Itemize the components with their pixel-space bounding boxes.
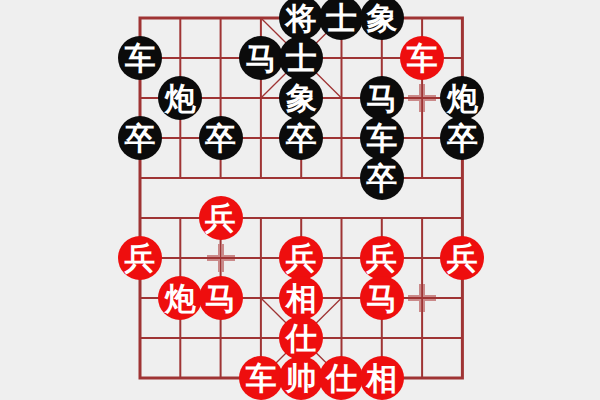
- board-point-7-3[interactable]: [402, 118, 442, 158]
- board-point-6-5[interactable]: [362, 198, 402, 238]
- board-point-3-9[interactable]: 车: [241, 358, 281, 398]
- piece-red-elephant[interactable]: 相: [279, 276, 323, 320]
- board-point-2-5[interactable]: 兵: [200, 198, 240, 238]
- piece-red-soldier[interactable]: 兵: [199, 196, 243, 240]
- board-point-1-4[interactable]: [160, 158, 200, 198]
- board-point-1-5[interactable]: [160, 198, 200, 238]
- piece-red-chariot[interactable]: 车: [400, 36, 444, 80]
- piece-black-soldier[interactable]: 卒: [360, 156, 404, 200]
- board-point-3-8[interactable]: [241, 318, 281, 358]
- marker-corner-tr: [423, 284, 436, 297]
- marker-corner-tr: [423, 84, 436, 97]
- board-point-4-3[interactable]: 卒: [281, 118, 321, 158]
- board-point-0-5[interactable]: [120, 198, 160, 238]
- board-point-0-4[interactable]: [120, 158, 160, 198]
- marker-corner-tl: [408, 284, 421, 297]
- board-point-6-8[interactable]: [362, 318, 402, 358]
- board-point-8-1[interactable]: [442, 38, 482, 78]
- marker-corner-bl: [207, 259, 220, 272]
- marker-corner-br: [222, 259, 235, 272]
- xiangqi-app-window: 将士象车马士车炮象马炮卒卒卒车卒卒兵兵兵兵兵炮马相马仕车帅仕相: [0, 0, 600, 400]
- piece-black-horse[interactable]: 马: [360, 76, 404, 120]
- piece-black-chariot[interactable]: 车: [118, 36, 162, 80]
- board-point-8-6[interactable]: 兵: [442, 238, 482, 278]
- board-point-8-9[interactable]: [442, 358, 482, 398]
- piece-black-advisor[interactable]: 士: [319, 0, 363, 40]
- marker-corner-tl: [207, 244, 220, 257]
- board-point-7-6[interactable]: [402, 238, 442, 278]
- board-point-3-2[interactable]: [241, 78, 281, 118]
- board-point-1-1[interactable]: [160, 38, 200, 78]
- board-point-6-4[interactable]: 卒: [362, 158, 402, 198]
- board-point-2-1[interactable]: [200, 38, 240, 78]
- marker-corner-tr: [222, 244, 235, 257]
- board-point-2-7[interactable]: 马: [200, 278, 240, 318]
- piece-red-soldier[interactable]: 兵: [360, 236, 404, 280]
- marker-corner-tl: [408, 84, 421, 97]
- board-point-8-0[interactable]: [442, 0, 482, 38]
- piece-black-horse[interactable]: 马: [239, 36, 283, 80]
- board-point-6-7[interactable]: 马: [362, 278, 402, 318]
- xiangqi-board: 将士象车马士车炮象马炮卒卒卒车卒卒兵兵兵兵兵炮马相马仕车帅仕相: [120, 0, 483, 398]
- board-point-7-7[interactable]: [402, 278, 442, 318]
- board-point-3-3[interactable]: [241, 118, 281, 158]
- last-move-marker: [207, 244, 235, 272]
- piece-red-horse[interactable]: 马: [199, 276, 243, 320]
- board-point-0-8[interactable]: [120, 318, 160, 358]
- board-point-4-2[interactable]: 象: [281, 78, 321, 118]
- last-move-marker: [408, 84, 436, 112]
- board-point-6-0[interactable]: 象: [362, 0, 402, 38]
- piece-black-soldier[interactable]: 卒: [279, 116, 323, 160]
- board-point-7-5[interactable]: [402, 198, 442, 238]
- board-point-1-0[interactable]: [160, 0, 200, 38]
- board-point-5-4[interactable]: [321, 158, 361, 198]
- board-point-0-1[interactable]: 车: [120, 38, 160, 78]
- board-point-4-4[interactable]: [281, 158, 321, 198]
- board-point-0-7[interactable]: [120, 278, 160, 318]
- piece-black-elephant[interactable]: 象: [360, 0, 404, 40]
- board-point-0-0[interactable]: [120, 0, 160, 38]
- piece-red-soldier[interactable]: 兵: [279, 236, 323, 280]
- piece-red-soldier[interactable]: 兵: [118, 236, 162, 280]
- board-point-2-6[interactable]: [200, 238, 240, 278]
- board-point-2-4[interactable]: [200, 158, 240, 198]
- board-point-2-9[interactable]: [200, 358, 240, 398]
- board-point-1-6[interactable]: [160, 238, 200, 278]
- board-point-4-9[interactable]: 帅: [281, 358, 321, 398]
- board-point-6-2[interactable]: 马: [362, 78, 402, 118]
- piece-black-elephant[interactable]: 象: [279, 76, 323, 120]
- marker-corner-br: [423, 299, 436, 312]
- board-point-6-6[interactable]: 兵: [362, 238, 402, 278]
- piece-black-soldier[interactable]: 卒: [199, 116, 243, 160]
- piece-red-advisor[interactable]: 仕: [279, 316, 323, 360]
- board-point-7-1[interactable]: 车: [402, 38, 442, 78]
- board-point-8-8[interactable]: [442, 318, 482, 358]
- board-point-4-6[interactable]: 兵: [281, 238, 321, 278]
- board-point-1-8[interactable]: [160, 318, 200, 358]
- piece-black-general[interactable]: 将: [279, 0, 323, 40]
- board-point-2-3[interactable]: 卒: [200, 118, 240, 158]
- board-point-5-6[interactable]: [321, 238, 361, 278]
- board-point-5-8[interactable]: [321, 318, 361, 358]
- board-point-4-7[interactable]: 相: [281, 278, 321, 318]
- marker-corner-bl: [408, 299, 421, 312]
- board-point-8-4[interactable]: [442, 158, 482, 198]
- board-point-8-3[interactable]: 卒: [442, 118, 482, 158]
- board-point-3-0[interactable]: [241, 0, 281, 38]
- piece-black-soldier[interactable]: 卒: [440, 116, 484, 160]
- piece-red-chariot[interactable]: 车: [239, 356, 283, 400]
- board-point-8-7[interactable]: [442, 278, 482, 318]
- board-point-2-0[interactable]: [200, 0, 240, 38]
- board-point-5-9[interactable]: 仕: [321, 358, 361, 398]
- board-point-5-2[interactable]: [321, 78, 361, 118]
- piece-red-soldier[interactable]: 兵: [440, 236, 484, 280]
- piece-black-soldier[interactable]: 卒: [118, 116, 162, 160]
- piece-black-cannon[interactable]: 炮: [158, 76, 202, 120]
- board-point-6-3[interactable]: 车: [362, 118, 402, 158]
- board-point-2-8[interactable]: [200, 318, 240, 358]
- board-point-3-5[interactable]: [241, 198, 281, 238]
- board-point-1-3[interactable]: [160, 118, 200, 158]
- board-point-3-6[interactable]: [241, 238, 281, 278]
- board-point-5-1[interactable]: [321, 38, 361, 78]
- piece-red-advisor[interactable]: 仕: [319, 356, 363, 400]
- board-point-5-0[interactable]: 士: [321, 0, 361, 38]
- board-point-0-6[interactable]: 兵: [120, 238, 160, 278]
- board-point-3-4[interactable]: [241, 158, 281, 198]
- board-point-4-1[interactable]: 士: [281, 38, 321, 78]
- board-point-4-8[interactable]: 仕: [281, 318, 321, 358]
- piece-black-chariot[interactable]: 车: [360, 116, 404, 160]
- board-point-0-3[interactable]: 卒: [120, 118, 160, 158]
- board-point-6-9[interactable]: 相: [362, 358, 402, 398]
- board-point-7-8[interactable]: [402, 318, 442, 358]
- board-point-0-9[interactable]: [120, 358, 160, 398]
- piece-red-elephant[interactable]: 相: [360, 356, 404, 400]
- board-point-4-5[interactable]: [281, 198, 321, 238]
- last-move-marker: [408, 284, 436, 312]
- piece-red-horse[interactable]: 马: [360, 276, 404, 320]
- board-point-6-1[interactable]: [362, 38, 402, 78]
- piece-red-general[interactable]: 帅: [279, 356, 323, 400]
- board-point-2-2[interactable]: [200, 78, 240, 118]
- board-point-3-1[interactable]: 马: [241, 38, 281, 78]
- piece-black-cannon[interactable]: 炮: [440, 76, 484, 120]
- board-point-8-2[interactable]: 炮: [442, 78, 482, 118]
- board-point-1-7[interactable]: 炮: [160, 278, 200, 318]
- board-point-3-7[interactable]: [241, 278, 281, 318]
- marker-corner-br: [423, 99, 436, 112]
- marker-corner-bl: [408, 99, 421, 112]
- board-point-7-4[interactable]: [402, 158, 442, 198]
- board-point-1-2[interactable]: 炮: [160, 78, 200, 118]
- piece-red-cannon[interactable]: 炮: [158, 276, 202, 320]
- piece-black-advisor[interactable]: 士: [279, 36, 323, 80]
- board-point-5-3[interactable]: [321, 118, 361, 158]
- board-point-5-7[interactable]: [321, 278, 361, 318]
- board-point-1-9[interactable]: [160, 358, 200, 398]
- board-point-0-2[interactable]: [120, 78, 160, 118]
- board-point-7-9[interactable]: [402, 358, 442, 398]
- board-point-7-0[interactable]: [402, 0, 442, 38]
- board-point-5-5[interactable]: [321, 198, 361, 238]
- board-point-8-5[interactable]: [442, 198, 482, 238]
- board-point-7-2[interactable]: [402, 78, 442, 118]
- board-point-4-0[interactable]: 将: [281, 0, 321, 38]
